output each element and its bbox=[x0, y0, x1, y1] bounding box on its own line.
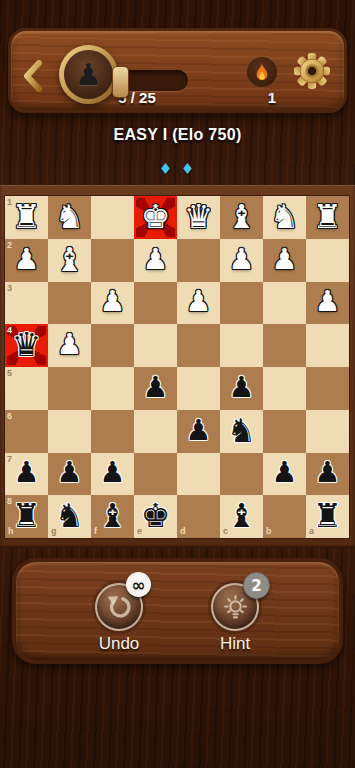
chess-board-frame: 1♜♞♚♛♝♞♜2♟♝♟♟♟3♟♟♟4♛♟5♟♟6♟♞7♟♟♟♟♟8h♜g♞f♝… bbox=[0, 185, 355, 548]
rank-label-7: 7 bbox=[7, 455, 12, 464]
piece-black-pawn[interactable]: ♟ bbox=[315, 458, 341, 487]
hint-count-badge: 2 bbox=[243, 572, 270, 599]
square-e5[interactable]: ♟ bbox=[134, 367, 177, 410]
piece-white-knight[interactable]: ♞ bbox=[55, 200, 85, 233]
square-a6[interactable] bbox=[306, 410, 349, 453]
square-f8[interactable]: f♝ bbox=[91, 495, 134, 538]
square-g1[interactable]: ♞ bbox=[48, 196, 91, 239]
square-c2[interactable]: ♟ bbox=[220, 239, 263, 282]
black-pawn-icon: ♟ bbox=[75, 60, 102, 90]
difficulty-diamonds: ♦ ♦ bbox=[0, 160, 355, 178]
square-b2[interactable]: ♟ bbox=[263, 239, 306, 282]
square-d5[interactable] bbox=[177, 367, 220, 410]
hint-label: Hint bbox=[155, 634, 315, 654]
square-h2[interactable]: 2♟ bbox=[5, 239, 48, 282]
square-c7[interactable] bbox=[220, 453, 263, 496]
settings-button[interactable] bbox=[293, 52, 331, 90]
square-g2[interactable]: ♝ bbox=[48, 239, 91, 282]
rank-label-5: 5 bbox=[7, 369, 12, 378]
square-e2[interactable]: ♟ bbox=[134, 239, 177, 282]
file-label-d: d bbox=[180, 527, 186, 536]
square-b4[interactable] bbox=[263, 324, 306, 367]
square-h8[interactable]: 8h♜ bbox=[5, 495, 48, 538]
piece-white-knight[interactable]: ♞ bbox=[270, 200, 300, 233]
piece-black-pawn[interactable]: ♟ bbox=[143, 373, 169, 402]
undo-arrow-icon bbox=[106, 594, 132, 620]
piece-white-bishop[interactable]: ♝ bbox=[227, 200, 257, 233]
lightbulb-icon bbox=[222, 594, 249, 621]
square-d3[interactable]: ♟ bbox=[177, 282, 220, 325]
piece-black-pawn[interactable]: ♟ bbox=[14, 458, 40, 487]
square-c5[interactable]: ♟ bbox=[220, 367, 263, 410]
square-b1[interactable]: ♞ bbox=[263, 196, 306, 239]
square-a1[interactable]: ♜ bbox=[306, 196, 349, 239]
square-g8[interactable]: g♞ bbox=[48, 495, 91, 538]
square-g6[interactable] bbox=[48, 410, 91, 453]
piece-white-queen[interactable]: ♛ bbox=[184, 200, 214, 233]
square-c8[interactable]: c♝ bbox=[220, 495, 263, 538]
square-d2[interactable] bbox=[177, 239, 220, 282]
square-e8[interactable]: e♚ bbox=[134, 495, 177, 538]
piece-white-pawn[interactable]: ♟ bbox=[229, 245, 255, 274]
square-a3[interactable]: ♟ bbox=[306, 282, 349, 325]
square-g7[interactable]: ♟ bbox=[48, 453, 91, 496]
square-f7[interactable]: ♟ bbox=[91, 453, 134, 496]
square-d8[interactable]: d bbox=[177, 495, 220, 538]
square-e7[interactable] bbox=[134, 453, 177, 496]
piece-black-bishop[interactable]: ♝ bbox=[227, 499, 257, 532]
square-g4[interactable]: ♟ bbox=[48, 324, 91, 367]
piece-white-pawn[interactable]: ♟ bbox=[186, 287, 212, 316]
piece-black-knight[interactable]: ♞ bbox=[55, 499, 85, 532]
square-d4[interactable] bbox=[177, 324, 220, 367]
piece-black-queen[interactable]: ♛ bbox=[12, 328, 42, 361]
square-e3[interactable] bbox=[134, 282, 177, 325]
piece-white-pawn[interactable]: ♟ bbox=[14, 245, 40, 274]
file-label-b: b bbox=[266, 527, 272, 536]
square-c3[interactable] bbox=[220, 282, 263, 325]
rank-label-2: 2 bbox=[7, 241, 12, 250]
chevron-left-icon bbox=[22, 60, 44, 92]
piece-white-pawn[interactable]: ♟ bbox=[143, 245, 169, 274]
square-h7[interactable]: 7♟ bbox=[5, 453, 48, 496]
piece-white-pawn[interactable]: ♟ bbox=[57, 330, 83, 359]
piece-black-rook[interactable]: ♜ bbox=[12, 499, 42, 532]
square-d7[interactable] bbox=[177, 453, 220, 496]
piece-black-knight[interactable]: ♞ bbox=[227, 414, 257, 447]
action-bar: ∞ Undo 2 Hint bbox=[12, 558, 343, 664]
piece-black-king[interactable]: ♚ bbox=[141, 499, 171, 532]
piece-black-pawn[interactable]: ♟ bbox=[186, 416, 212, 445]
app-screen: ♟ 5 / 25 1 bbox=[0, 0, 355, 768]
square-h1[interactable]: 1♜ bbox=[5, 196, 48, 239]
undo-count-badge: ∞ bbox=[126, 572, 151, 597]
piece-black-rook[interactable]: ♜ bbox=[313, 499, 343, 532]
piece-black-pawn[interactable]: ♟ bbox=[229, 373, 255, 402]
piece-black-bishop[interactable]: ♝ bbox=[98, 499, 128, 532]
square-a8[interactable]: a♜ bbox=[306, 495, 349, 538]
square-f5[interactable] bbox=[91, 367, 134, 410]
piece-black-pawn[interactable]: ♟ bbox=[100, 458, 126, 487]
progress-label: 5 / 25 bbox=[77, 89, 197, 106]
square-e6[interactable] bbox=[134, 410, 177, 453]
square-h4[interactable]: 4♛ bbox=[5, 324, 48, 367]
piece-white-rook[interactable]: ♜ bbox=[12, 200, 42, 233]
square-f6[interactable] bbox=[91, 410, 134, 453]
piece-black-pawn[interactable]: ♟ bbox=[272, 458, 298, 487]
piece-black-pawn[interactable]: ♟ bbox=[57, 458, 83, 487]
piece-white-pawn[interactable]: ♟ bbox=[272, 245, 298, 274]
square-f1[interactable] bbox=[91, 196, 134, 239]
piece-white-pawn[interactable]: ♟ bbox=[100, 287, 126, 316]
chess-board: 1♜♞♚♛♝♞♜2♟♝♟♟♟3♟♟♟4♛♟5♟♟6♟♞7♟♟♟♟♟8h♜g♞f♝… bbox=[5, 196, 349, 538]
square-b3[interactable] bbox=[263, 282, 306, 325]
square-a5[interactable] bbox=[306, 367, 349, 410]
square-b7[interactable]: ♟ bbox=[263, 453, 306, 496]
square-b5[interactable] bbox=[263, 367, 306, 410]
square-f3[interactable]: ♟ bbox=[91, 282, 134, 325]
square-b8[interactable]: b bbox=[263, 495, 306, 538]
piece-white-pawn[interactable]: ♟ bbox=[315, 287, 341, 316]
piece-white-king[interactable]: ♚ bbox=[141, 200, 171, 233]
square-f2[interactable] bbox=[91, 239, 134, 282]
square-c4[interactable] bbox=[220, 324, 263, 367]
rank-label-6: 6 bbox=[7, 412, 12, 421]
square-e1[interactable]: ♚ bbox=[134, 196, 177, 239]
square-d1[interactable]: ♛ bbox=[177, 196, 220, 239]
square-h6[interactable]: 6 bbox=[5, 410, 48, 453]
file-label-f: f bbox=[94, 527, 97, 536]
top-bar: ♟ 5 / 25 1 bbox=[8, 28, 347, 113]
square-a2[interactable] bbox=[306, 239, 349, 282]
square-d6[interactable]: ♟ bbox=[177, 410, 220, 453]
streak-count: 1 bbox=[242, 89, 302, 106]
back-button[interactable] bbox=[22, 60, 44, 92]
square-h3[interactable]: 3 bbox=[5, 282, 48, 325]
level-title: EASY I (Elo 750) bbox=[0, 126, 355, 144]
piece-white-rook[interactable]: ♜ bbox=[313, 200, 343, 233]
square-a7[interactable]: ♟ bbox=[306, 453, 349, 496]
square-a4[interactable] bbox=[306, 324, 349, 367]
progress-knob bbox=[112, 66, 129, 98]
piece-white-bishop[interactable]: ♝ bbox=[55, 243, 85, 276]
square-g3[interactable] bbox=[48, 282, 91, 325]
square-h5[interactable]: 5 bbox=[5, 367, 48, 410]
square-g5[interactable] bbox=[48, 367, 91, 410]
square-c6[interactable]: ♞ bbox=[220, 410, 263, 453]
square-f4[interactable] bbox=[91, 324, 134, 367]
streak-badge bbox=[247, 57, 277, 87]
gear-icon bbox=[293, 52, 331, 90]
flame-icon bbox=[254, 62, 270, 82]
square-b6[interactable] bbox=[263, 410, 306, 453]
square-e4[interactable] bbox=[134, 324, 177, 367]
square-c1[interactable]: ♝ bbox=[220, 196, 263, 239]
rank-label-3: 3 bbox=[7, 284, 12, 293]
